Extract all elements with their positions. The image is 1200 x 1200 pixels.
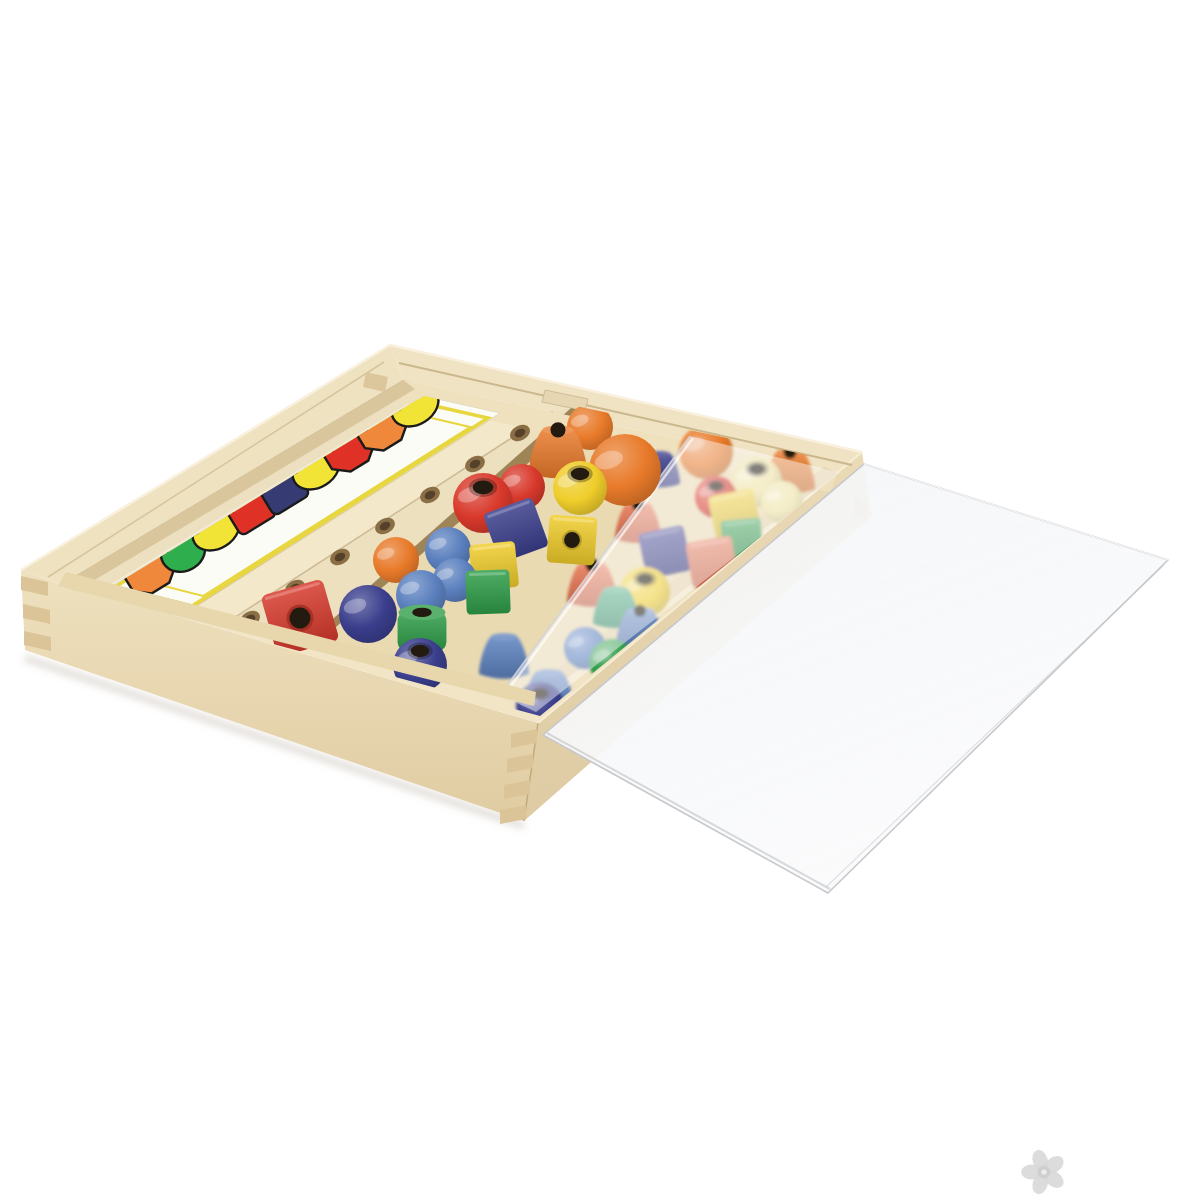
- cube-bead-green: [465, 569, 511, 615]
- sphere-bead-navy: [339, 585, 397, 643]
- scene-svg: [0, 0, 1200, 1200]
- product-photo: [0, 0, 1200, 1200]
- finger-joints-left: [21, 576, 51, 651]
- cube-bead-yellow: [546, 514, 597, 565]
- sphere-bead-yellow: [553, 461, 607, 515]
